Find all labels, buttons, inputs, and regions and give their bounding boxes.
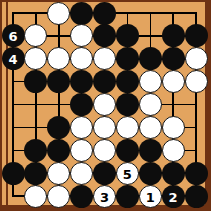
move-number-label: 1 [146, 190, 155, 203]
white-stone[interactable] [70, 162, 93, 185]
move-number-label: 2 [169, 190, 178, 203]
black-stone[interactable] [185, 24, 208, 47]
black-stone[interactable] [2, 162, 25, 185]
white-stone[interactable] [139, 116, 162, 139]
white-stone[interactable] [70, 116, 93, 139]
black-stone[interactable] [116, 47, 139, 70]
black-stone[interactable]: 2 [162, 185, 185, 208]
black-stone[interactable] [24, 70, 47, 93]
white-stone[interactable]: 1 [139, 185, 162, 208]
black-stone[interactable] [162, 24, 185, 47]
black-stone[interactable] [24, 139, 47, 162]
white-stone[interactable] [185, 47, 208, 70]
white-stone[interactable] [47, 2, 70, 25]
white-stone[interactable] [93, 116, 116, 139]
white-stone[interactable] [24, 24, 47, 47]
black-stone[interactable] [93, 2, 116, 25]
black-stone[interactable] [70, 70, 93, 93]
white-stone[interactable]: 3 [93, 185, 116, 208]
go-diagram: 645312 [0, 0, 211, 211]
go-board[interactable]: 645312 [0, 0, 211, 211]
black-stone[interactable] [139, 139, 162, 162]
white-stone[interactable] [162, 139, 185, 162]
black-stone[interactable] [162, 47, 185, 70]
white-stone[interactable] [139, 93, 162, 116]
move-number-label: 3 [100, 190, 109, 203]
black-stone[interactable] [70, 93, 93, 116]
white-stone[interactable] [24, 47, 47, 70]
move-number-label: 5 [123, 167, 132, 180]
black-stone[interactable] [139, 47, 162, 70]
white-stone[interactable] [47, 162, 70, 185]
black-stone[interactable] [116, 24, 139, 47]
black-stone[interactable] [139, 162, 162, 185]
black-stone[interactable] [185, 162, 208, 185]
white-stone[interactable] [70, 47, 93, 70]
black-stone[interactable] [116, 139, 139, 162]
white-stone[interactable] [93, 93, 116, 116]
white-stone[interactable] [162, 70, 185, 93]
black-stone[interactable] [162, 162, 185, 185]
black-stone[interactable] [116, 185, 139, 208]
white-stone[interactable] [70, 139, 93, 162]
black-stone[interactable] [93, 70, 116, 93]
white-stone[interactable] [93, 139, 116, 162]
white-stone[interactable] [116, 116, 139, 139]
black-stone[interactable] [116, 70, 139, 93]
white-stone[interactable] [24, 185, 47, 208]
black-stone[interactable] [47, 139, 70, 162]
black-stone[interactable]: 6 [2, 24, 25, 47]
black-stone[interactable] [24, 162, 47, 185]
black-stone[interactable] [70, 185, 93, 208]
white-stone[interactable]: 5 [116, 162, 139, 185]
black-stone[interactable] [93, 24, 116, 47]
black-stone[interactable]: 4 [2, 47, 25, 70]
black-stone[interactable] [116, 93, 139, 116]
white-stone[interactable] [162, 116, 185, 139]
black-stone[interactable] [47, 116, 70, 139]
black-stone[interactable] [47, 70, 70, 93]
white-stone[interactable] [185, 70, 208, 93]
white-stone[interactable] [70, 24, 93, 47]
black-stone[interactable] [185, 185, 208, 208]
white-stone[interactable] [47, 185, 70, 208]
white-stone[interactable] [139, 70, 162, 93]
black-stone[interactable] [70, 2, 93, 25]
white-stone[interactable] [93, 47, 116, 70]
move-number-label: 4 [8, 53, 17, 66]
move-number-label: 6 [8, 30, 17, 43]
black-stone[interactable] [93, 162, 116, 185]
white-stone[interactable] [47, 47, 70, 70]
